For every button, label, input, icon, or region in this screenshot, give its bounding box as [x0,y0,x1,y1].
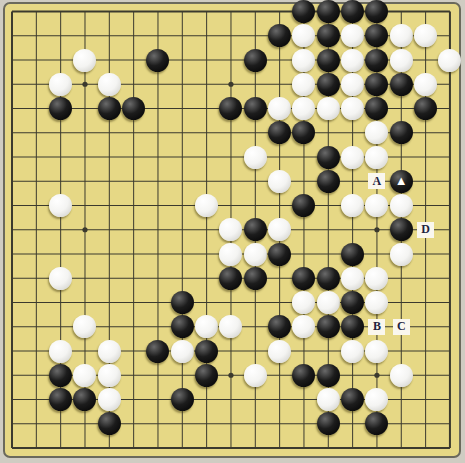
black-stone: ▲ [390,170,413,193]
white-stone [98,73,121,96]
black-stone [341,0,364,23]
white-stone [73,315,96,338]
white-stone [317,291,340,314]
black-stone [292,0,315,23]
white-stone [341,73,364,96]
point-label-C: C [393,319,410,335]
white-stone [390,243,413,266]
white-stone [292,49,315,72]
white-stone [341,146,364,169]
black-stone [317,73,340,96]
black-stone [244,218,267,241]
white-stone [365,194,388,217]
white-stone [268,97,291,120]
black-stone [98,412,121,435]
white-stone [365,146,388,169]
white-stone [49,340,72,363]
white-stone [292,73,315,96]
white-stone [244,146,267,169]
black-stone [98,97,121,120]
white-stone [341,97,364,120]
black-stone [268,243,291,266]
white-stone [171,340,194,363]
white-stone [390,49,413,72]
white-stone [292,315,315,338]
black-stone [146,49,169,72]
white-stone [341,194,364,217]
white-stone [414,24,437,47]
white-stone [49,73,72,96]
black-stone [317,146,340,169]
black-stone [219,267,242,290]
black-stone [292,364,315,387]
black-stone [195,340,218,363]
white-stone [341,340,364,363]
black-stone [317,267,340,290]
black-stone [122,97,145,120]
black-stone [414,97,437,120]
white-stone [317,97,340,120]
black-stone [317,24,340,47]
white-stone [390,364,413,387]
black-stone [317,315,340,338]
black-stone [365,73,388,96]
white-stone [219,315,242,338]
white-stone [73,364,96,387]
point-label-D: D [417,222,434,238]
white-stone [49,267,72,290]
black-stone [341,291,364,314]
black-stone [49,388,72,411]
white-stone [98,388,121,411]
black-stone [390,218,413,241]
black-stone [244,267,267,290]
white-stone [244,364,267,387]
white-stone [341,267,364,290]
white-stone [365,388,388,411]
black-stone [146,340,169,363]
black-stone [268,315,291,338]
go-diagram: { "game": "go", "board": { "size": 19, "… [0,0,465,463]
white-stone [292,97,315,120]
white-stone [365,340,388,363]
white-stone [268,340,291,363]
black-stone [317,364,340,387]
black-stone [49,364,72,387]
white-stone [98,340,121,363]
black-stone [365,0,388,23]
black-stone [171,388,194,411]
white-stone [195,194,218,217]
black-stone [268,24,291,47]
black-stone [341,243,364,266]
point-label-B: B [368,319,385,335]
black-stone [292,121,315,144]
white-stone [414,73,437,96]
black-stone [171,315,194,338]
black-stone [49,97,72,120]
white-stone [292,291,315,314]
white-stone [98,364,121,387]
white-stone [292,24,315,47]
black-stone [268,121,291,144]
black-stone [292,194,315,217]
black-stone [73,388,96,411]
black-stone [317,412,340,435]
black-stone [341,388,364,411]
black-stone [317,0,340,23]
point-label-A: A [368,173,385,189]
white-stone [219,218,242,241]
white-stone [195,315,218,338]
black-stone [219,97,242,120]
white-stone [365,291,388,314]
black-stone [244,97,267,120]
black-stone [171,291,194,314]
black-stone [244,49,267,72]
black-stone [195,364,218,387]
white-stone [317,388,340,411]
white-stone [365,267,388,290]
white-stone [390,194,413,217]
last-move-triangle-icon: ▲ [395,174,408,187]
white-stone [244,243,267,266]
black-stone [317,49,340,72]
white-stone [268,218,291,241]
black-stone [341,315,364,338]
black-stone [292,267,315,290]
black-stone [365,24,388,47]
white-stone [73,49,96,72]
black-stone [365,412,388,435]
white-stone [268,170,291,193]
white-stone [365,121,388,144]
black-stone [390,121,413,144]
white-stone [219,243,242,266]
black-stone [365,97,388,120]
go-board: ▲ ABCD [3,2,461,458]
white-stone [49,194,72,217]
white-stone [341,24,364,47]
black-stone [390,73,413,96]
white-stone [390,24,413,47]
black-stone [317,170,340,193]
white-stone [341,49,364,72]
white-stone [438,49,461,72]
black-stone [365,49,388,72]
